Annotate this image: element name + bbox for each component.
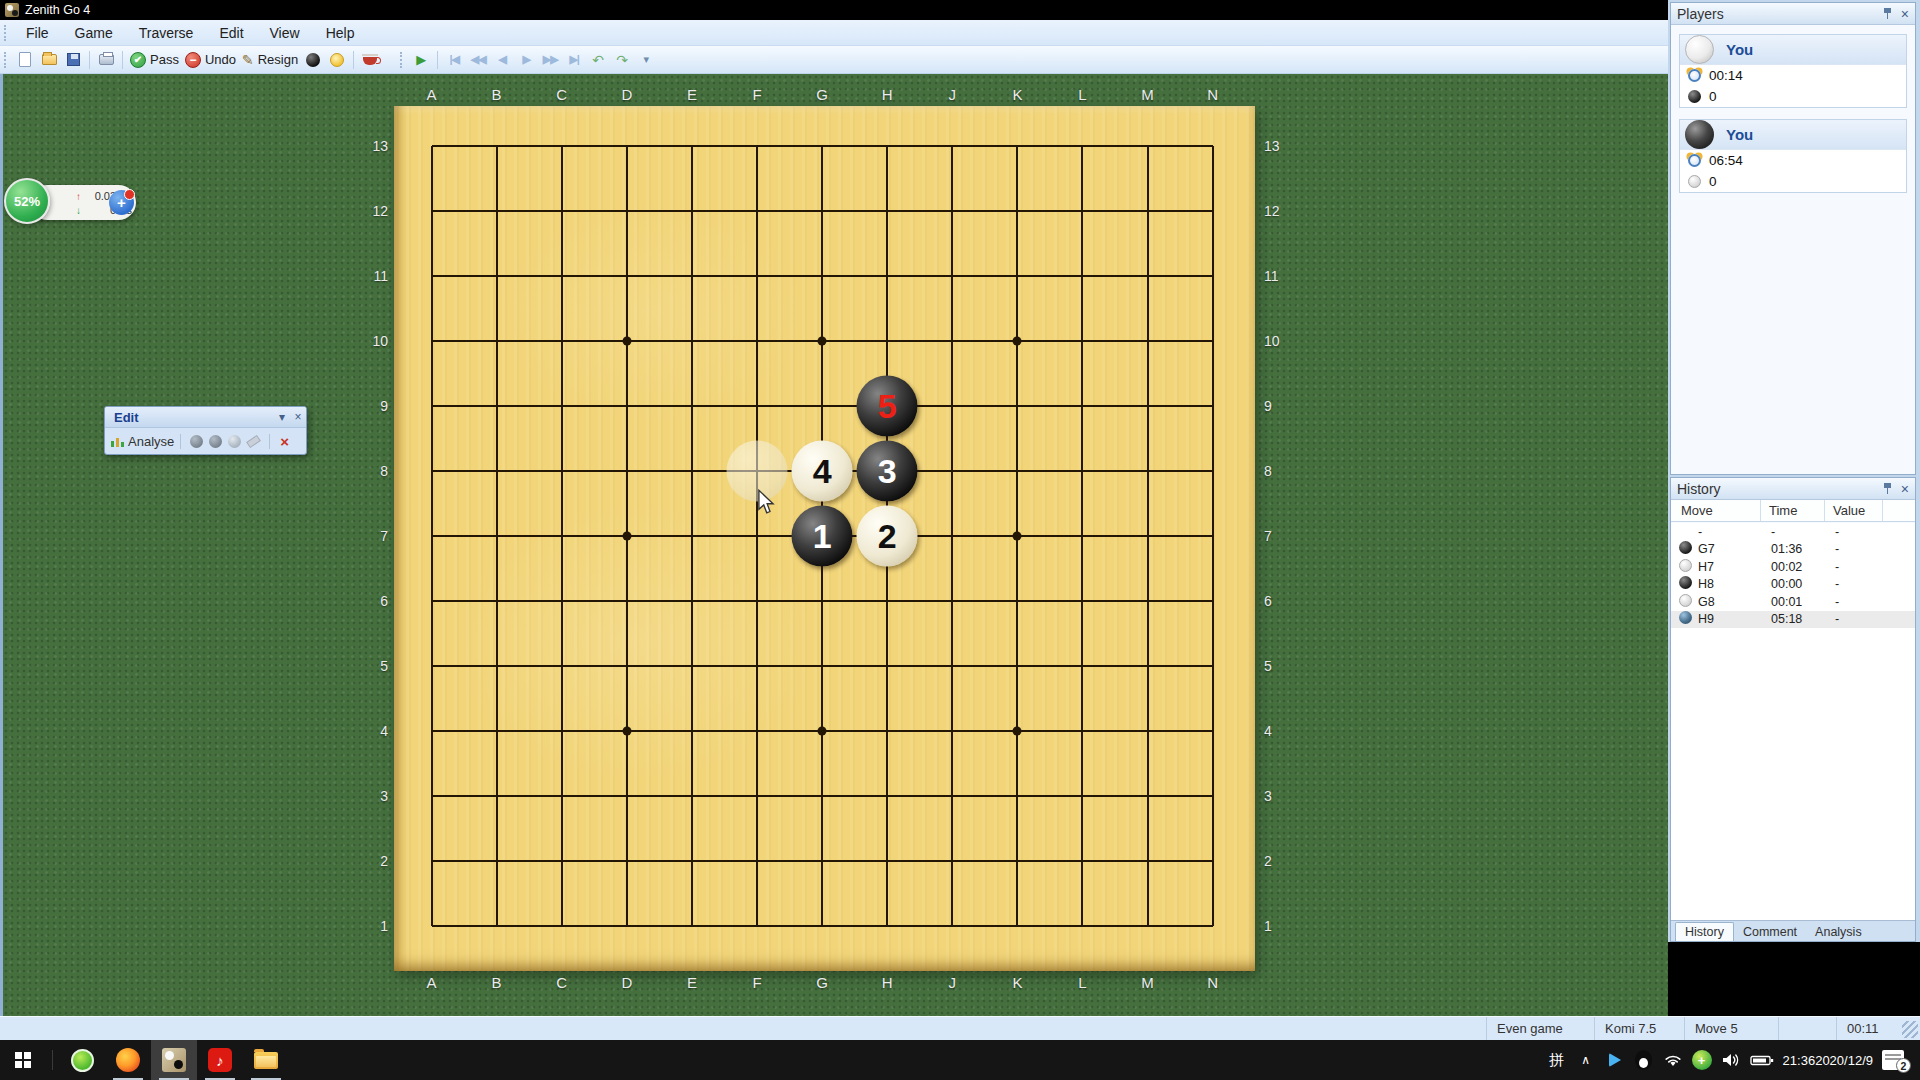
accelerate-button[interactable]: + bbox=[109, 190, 134, 215]
intersection-A8[interactable] bbox=[399, 438, 464, 503]
coord-label-12: 12 bbox=[1264, 202, 1300, 220]
intersection-N6[interactable] bbox=[1180, 568, 1245, 633]
intersection-J10[interactable] bbox=[920, 308, 985, 373]
new-file-button[interactable] bbox=[14, 49, 36, 71]
forward-fast-icon: ▶▶ bbox=[543, 53, 558, 66]
edit-stones-button[interactable] bbox=[302, 49, 324, 71]
intersection-C8[interactable] bbox=[529, 438, 594, 503]
save-icon bbox=[67, 53, 80, 66]
window-title: Zenith Go 4 bbox=[25, 3, 90, 17]
intersection-K5[interactable] bbox=[985, 633, 1050, 698]
intersection-N9[interactable] bbox=[1180, 373, 1245, 438]
intersection-A13[interactable] bbox=[399, 113, 464, 178]
intersection-N3[interactable] bbox=[1180, 763, 1245, 828]
intersection-K10[interactable] bbox=[985, 308, 1050, 373]
history-time: 00:02 bbox=[1761, 560, 1825, 574]
intersection-B3[interactable] bbox=[464, 763, 529, 828]
intersection-D6[interactable] bbox=[594, 568, 659, 633]
intersection-D7[interactable] bbox=[594, 503, 659, 568]
menu-item-traverse[interactable]: Traverse bbox=[126, 21, 207, 45]
intersection-E4[interactable] bbox=[659, 698, 724, 763]
intersection-N1[interactable] bbox=[1180, 893, 1245, 958]
intersection-C7[interactable] bbox=[529, 503, 594, 568]
pass-button[interactable]: ✔ Pass bbox=[128, 49, 181, 71]
start-button[interactable] bbox=[0, 1040, 46, 1080]
coord-label-C: C bbox=[542, 974, 582, 992]
delete-button[interactable]: × bbox=[280, 433, 289, 450]
menu-item-edit[interactable]: Edit bbox=[206, 21, 256, 45]
intersection-K2[interactable] bbox=[985, 828, 1050, 893]
coord-label-J: J bbox=[932, 974, 972, 992]
taskbar-app-zenith-go[interactable] bbox=[151, 1040, 197, 1080]
player-card-white: You 00:14 0 bbox=[1679, 34, 1907, 108]
player-time: 00:14 bbox=[1709, 68, 1743, 83]
player-card-header: You bbox=[1680, 35, 1906, 65]
intersection-B13[interactable] bbox=[464, 113, 529, 178]
go-start-button[interactable]: |◀ bbox=[443, 49, 465, 71]
intersection-D2[interactable] bbox=[594, 828, 659, 893]
intersection-G9[interactable] bbox=[790, 373, 855, 438]
black-stone-icon bbox=[306, 53, 320, 67]
intersection-N8[interactable] bbox=[1180, 438, 1245, 503]
white-stone-G8: 4 bbox=[792, 440, 853, 501]
tab-analysis[interactable]: Analysis bbox=[1806, 923, 1871, 941]
intersection-E9[interactable] bbox=[659, 373, 724, 438]
hint-button[interactable] bbox=[326, 49, 348, 71]
status-blank bbox=[1778, 1017, 1836, 1040]
intersection-G2[interactable] bbox=[790, 828, 855, 893]
star-point bbox=[1013, 336, 1022, 345]
intersection-J8[interactable] bbox=[920, 438, 985, 503]
pin-icon[interactable] bbox=[1883, 483, 1892, 494]
intersection-E12[interactable] bbox=[659, 178, 724, 243]
star-point bbox=[818, 336, 827, 345]
intersection-F3[interactable] bbox=[724, 763, 789, 828]
coord-label-3: 3 bbox=[1264, 787, 1300, 805]
intersection-H2[interactable] bbox=[855, 828, 920, 893]
history-row-H7[interactable]: H700:02- bbox=[1671, 558, 1915, 576]
go-end-button[interactable]: ▶| bbox=[563, 49, 585, 71]
play-icon: ▶ bbox=[416, 52, 426, 67]
intersection-A5[interactable] bbox=[399, 633, 464, 698]
intersection-M13[interactable] bbox=[1115, 113, 1180, 178]
intersection-A10[interactable] bbox=[399, 308, 464, 373]
intersection-B6[interactable] bbox=[464, 568, 529, 633]
intersection-C13[interactable] bbox=[529, 113, 594, 178]
intersection-K12[interactable] bbox=[985, 178, 1050, 243]
intersection-F6[interactable] bbox=[724, 568, 789, 633]
save-button[interactable] bbox=[62, 49, 84, 71]
intersection-D5[interactable] bbox=[594, 633, 659, 698]
print-button[interactable] bbox=[95, 49, 117, 71]
intersection-A2[interactable] bbox=[399, 828, 464, 893]
intersection-L10[interactable] bbox=[1050, 308, 1115, 373]
place-black-stone-button[interactable] bbox=[190, 435, 203, 448]
intersection-K11[interactable] bbox=[985, 243, 1050, 308]
intersection-J1[interactable] bbox=[920, 893, 985, 958]
intersection-G8[interactable]: 4 bbox=[790, 438, 855, 503]
intersection-A3[interactable] bbox=[399, 763, 464, 828]
intersection-G4[interactable] bbox=[790, 698, 855, 763]
clock-date-display[interactable]: 21:36 2020/12/9 bbox=[1783, 1040, 1873, 1080]
edit-window-chevron-button[interactable]: ▾ bbox=[274, 410, 290, 424]
intersection-B10[interactable] bbox=[464, 308, 529, 373]
intersection-D1[interactable] bbox=[594, 893, 659, 958]
intersection-F13[interactable] bbox=[724, 113, 789, 178]
taskbar-app-netease-music[interactable]: ♪ bbox=[197, 1040, 243, 1080]
intersection-N5[interactable] bbox=[1180, 633, 1245, 698]
app-icon bbox=[5, 3, 19, 17]
coord-label-J: J bbox=[932, 86, 972, 104]
intersection-G1[interactable] bbox=[790, 893, 855, 958]
intersection-D11[interactable] bbox=[594, 243, 659, 308]
intersection-H3[interactable] bbox=[855, 763, 920, 828]
coord-label-5: 5 bbox=[352, 657, 388, 675]
intersection-B5[interactable] bbox=[464, 633, 529, 698]
white-mini-stone-icon bbox=[1679, 594, 1692, 607]
menu-bar: FileGameTraverseEditViewHelp bbox=[0, 20, 1920, 46]
intersection-H8[interactable]: 3 bbox=[855, 438, 920, 503]
variation-next-icon: ↷ bbox=[616, 52, 628, 68]
history-time: - bbox=[1761, 525, 1825, 539]
edit-window-close-button[interactable]: × bbox=[290, 410, 306, 424]
intersection-B7[interactable] bbox=[464, 503, 529, 568]
intersection-A1[interactable] bbox=[399, 893, 464, 958]
taskbar-app-file-explorer[interactable] bbox=[243, 1040, 289, 1080]
coord-label-M: M bbox=[1128, 86, 1168, 104]
intersection-F1[interactable] bbox=[724, 893, 789, 958]
taskbar-app-firefox[interactable] bbox=[105, 1040, 151, 1080]
intersection-K1[interactable] bbox=[985, 893, 1050, 958]
intersection-L9[interactable] bbox=[1050, 373, 1115, 438]
menu-item-game[interactable]: Game bbox=[62, 21, 126, 45]
intersection-J4[interactable] bbox=[920, 698, 985, 763]
coffee-cup-icon bbox=[363, 57, 377, 65]
intersection-N7[interactable] bbox=[1180, 503, 1245, 568]
intersection-E11[interactable] bbox=[659, 243, 724, 308]
back-button[interactable]: ◀ bbox=[491, 49, 513, 71]
intersection-E5[interactable] bbox=[659, 633, 724, 698]
intersection-L13[interactable] bbox=[1050, 113, 1115, 178]
intersection-N13[interactable] bbox=[1180, 113, 1245, 178]
intersection-D3[interactable] bbox=[594, 763, 659, 828]
status-game-type: Even game bbox=[1486, 1017, 1594, 1040]
intersection-K7[interactable] bbox=[985, 503, 1050, 568]
wifi-icon bbox=[1663, 1052, 1683, 1068]
intersection-H11[interactable] bbox=[855, 243, 920, 308]
intersection-N11[interactable] bbox=[1180, 243, 1245, 308]
intersection-C12[interactable] bbox=[529, 178, 594, 243]
tray-360-safe-icon[interactable]: + bbox=[1692, 1040, 1712, 1080]
intersection-J5[interactable] bbox=[920, 633, 985, 698]
intersection-B11[interactable] bbox=[464, 243, 529, 308]
intersection-E10[interactable] bbox=[659, 308, 724, 373]
menu-item-file[interactable]: File bbox=[13, 21, 62, 45]
intersection-G10[interactable] bbox=[790, 308, 855, 373]
status-komi: Komi 7.5 bbox=[1594, 1017, 1684, 1040]
intersection-G11[interactable] bbox=[790, 243, 855, 308]
intersection-C11[interactable] bbox=[529, 243, 594, 308]
intersection-K4[interactable] bbox=[985, 698, 1050, 763]
edit-window-titlebar[interactable]: Edit ▾ × bbox=[105, 407, 306, 428]
intersection-H4[interactable] bbox=[855, 698, 920, 763]
intersection-H6[interactable] bbox=[855, 568, 920, 633]
menu-bar-items: FileGameTraverseEditViewHelp bbox=[13, 21, 367, 45]
speaker-icon bbox=[1721, 1052, 1741, 1068]
open-file-button[interactable] bbox=[38, 49, 60, 71]
delete-icon: × bbox=[280, 433, 289, 450]
coord-label-6: 6 bbox=[352, 592, 388, 610]
intersection-M10[interactable] bbox=[1115, 308, 1180, 373]
intersection-M5[interactable] bbox=[1115, 633, 1180, 698]
intersection-M7[interactable] bbox=[1115, 503, 1180, 568]
intersection-C9[interactable] bbox=[529, 373, 594, 438]
history-panel-title: History bbox=[1677, 481, 1883, 497]
break-button[interactable] bbox=[359, 49, 381, 71]
intersection-J11[interactable] bbox=[920, 243, 985, 308]
intersection-H5[interactable] bbox=[855, 633, 920, 698]
history-close-button[interactable]: × bbox=[1901, 482, 1909, 496]
intersection-N4[interactable] bbox=[1180, 698, 1245, 763]
ime-indicator[interactable]: 拼 bbox=[1547, 1040, 1567, 1080]
close-icon: × bbox=[1901, 6, 1909, 22]
intersection-H7[interactable]: 2 bbox=[855, 503, 920, 568]
go-board: 54312 bbox=[394, 106, 1255, 971]
notification-center-button[interactable]: 2 bbox=[1882, 1040, 1904, 1080]
intersection-D13[interactable] bbox=[594, 113, 659, 178]
firefox-icon bbox=[116, 1048, 140, 1072]
tray-qq-icon[interactable] bbox=[1634, 1040, 1654, 1080]
intersection-H13[interactable] bbox=[855, 113, 920, 178]
intersection-D9[interactable] bbox=[594, 373, 659, 438]
intersection-G5[interactable] bbox=[790, 633, 855, 698]
intersection-B2[interactable] bbox=[464, 828, 529, 893]
eraser-button[interactable] bbox=[246, 434, 261, 447]
intersection-F9[interactable] bbox=[724, 373, 789, 438]
intersection-J7[interactable] bbox=[920, 503, 985, 568]
player-captures-row: 0 bbox=[1680, 171, 1906, 192]
white-stone-icon bbox=[1685, 35, 1714, 64]
player-captures-row: 0 bbox=[1680, 86, 1906, 107]
place-stone-button[interactable] bbox=[209, 435, 222, 448]
intersection-L2[interactable] bbox=[1050, 828, 1115, 893]
intersection-B1[interactable] bbox=[464, 893, 529, 958]
forward-fast-button[interactable]: ▶▶ bbox=[539, 49, 561, 71]
intersection-M11[interactable] bbox=[1115, 243, 1180, 308]
place-white-stone-button[interactable] bbox=[228, 435, 241, 448]
intersection-K8[interactable] bbox=[985, 438, 1050, 503]
intersection-L12[interactable] bbox=[1050, 178, 1115, 243]
intersection-F4[interactable] bbox=[724, 698, 789, 763]
tray-volume-icon[interactable] bbox=[1721, 1040, 1741, 1080]
intersection-A9[interactable] bbox=[399, 373, 464, 438]
edit-window-title: Edit bbox=[105, 410, 274, 425]
intersection-H9[interactable]: 5 bbox=[855, 373, 920, 438]
history-row-H8[interactable]: H800:00- bbox=[1671, 576, 1915, 594]
black-stone-G7: 1 bbox=[792, 505, 853, 566]
intersection-L5[interactable] bbox=[1050, 633, 1115, 698]
toolbar-options-button[interactable]: ▾ bbox=[635, 49, 657, 71]
intersection-M6[interactable] bbox=[1115, 568, 1180, 633]
intersection-L3[interactable] bbox=[1050, 763, 1115, 828]
intersection-N2[interactable] bbox=[1180, 828, 1245, 893]
intersection-J2[interactable] bbox=[920, 828, 985, 893]
intersection-B8[interactable] bbox=[464, 438, 529, 503]
intersection-E3[interactable] bbox=[659, 763, 724, 828]
intersection-H10[interactable] bbox=[855, 308, 920, 373]
net-speed-widget[interactable]: ↑ 0.03K/s ↓ 0K/s + 52% bbox=[4, 178, 136, 228]
intersection-L4[interactable] bbox=[1050, 698, 1115, 763]
player-clock-row: 00:14 bbox=[1680, 65, 1906, 86]
history-row-G7[interactable]: G701:36- bbox=[1671, 541, 1915, 559]
intersection-C2[interactable] bbox=[529, 828, 594, 893]
intersection-N12[interactable] bbox=[1180, 178, 1245, 243]
intersection-D10[interactable] bbox=[594, 308, 659, 373]
intersection-N10[interactable] bbox=[1180, 308, 1245, 373]
go-board-grid: 54312 bbox=[399, 113, 1245, 958]
intersection-G7[interactable]: 1 bbox=[790, 503, 855, 568]
status-timer: 00:11 bbox=[1836, 1017, 1902, 1040]
intersection-F10[interactable] bbox=[724, 308, 789, 373]
intersection-F2[interactable] bbox=[724, 828, 789, 893]
intersection-E8[interactable] bbox=[659, 438, 724, 503]
intersection-B9[interactable] bbox=[464, 373, 529, 438]
intersection-K3[interactable] bbox=[985, 763, 1050, 828]
variation-prev-button[interactable]: ↶ bbox=[587, 49, 609, 71]
intersection-C6[interactable] bbox=[529, 568, 594, 633]
intersection-M3[interactable] bbox=[1115, 763, 1180, 828]
intersection-J13[interactable] bbox=[920, 113, 985, 178]
percent-value: 52% bbox=[14, 194, 40, 209]
history-row-G8[interactable]: G800:01- bbox=[1671, 593, 1915, 611]
play-button[interactable]: ▶ bbox=[410, 49, 432, 71]
history-move: H8 bbox=[1698, 577, 1714, 591]
intersection-L8[interactable] bbox=[1050, 438, 1115, 503]
intersection-A11[interactable] bbox=[399, 243, 464, 308]
intersection-D4[interactable] bbox=[594, 698, 659, 763]
intersection-M1[interactable] bbox=[1115, 893, 1180, 958]
players-close-button[interactable]: × bbox=[1901, 7, 1909, 21]
intersection-J9[interactable] bbox=[920, 373, 985, 438]
intersection-A4[interactable] bbox=[399, 698, 464, 763]
variation-next-button[interactable]: ↷ bbox=[611, 49, 633, 71]
intersection-E7[interactable] bbox=[659, 503, 724, 568]
intersection-M4[interactable] bbox=[1115, 698, 1180, 763]
intersection-M8[interactable] bbox=[1115, 438, 1180, 503]
intersection-E13[interactable] bbox=[659, 113, 724, 178]
intersection-E2[interactable] bbox=[659, 828, 724, 893]
tray-wifi-icon[interactable] bbox=[1663, 1040, 1683, 1080]
edit-toolbar: Analyse × bbox=[105, 428, 306, 454]
coord-label-H: H bbox=[867, 974, 907, 992]
intersection-F12[interactable] bbox=[724, 178, 789, 243]
intersection-B4[interactable] bbox=[464, 698, 529, 763]
intersection-J3[interactable] bbox=[920, 763, 985, 828]
pin-icon[interactable] bbox=[1883, 8, 1892, 19]
menu-item-help[interactable]: Help bbox=[313, 21, 368, 45]
intersection-C1[interactable] bbox=[529, 893, 594, 958]
intersection-G12[interactable] bbox=[790, 178, 855, 243]
intersection-L1[interactable] bbox=[1050, 893, 1115, 958]
intersection-F11[interactable] bbox=[724, 243, 789, 308]
intersection-L11[interactable] bbox=[1050, 243, 1115, 308]
memory-percent-ball[interactable]: 52% bbox=[4, 178, 50, 224]
intersection-K9[interactable] bbox=[985, 373, 1050, 438]
intersection-J6[interactable] bbox=[920, 568, 985, 633]
intersection-E1[interactable] bbox=[659, 893, 724, 958]
intersection-H1[interactable] bbox=[855, 893, 920, 958]
intersection-D8[interactable] bbox=[594, 438, 659, 503]
intersection-F5[interactable] bbox=[724, 633, 789, 698]
players-panel-title: Players bbox=[1677, 6, 1883, 22]
intersection-A7[interactable] bbox=[399, 503, 464, 568]
tray-expand-button[interactable]: ∧ bbox=[1576, 1040, 1596, 1080]
plus-icon: + bbox=[117, 194, 126, 211]
intersection-M12[interactable] bbox=[1115, 178, 1180, 243]
history-row-H9[interactable]: H905:18- bbox=[1671, 611, 1915, 629]
coord-label-F: F bbox=[737, 86, 777, 104]
intersection-B12[interactable] bbox=[464, 178, 529, 243]
resign-label: Resign bbox=[258, 52, 298, 67]
intersection-K6[interactable] bbox=[985, 568, 1050, 633]
intersection-G6[interactable] bbox=[790, 568, 855, 633]
intersection-M2[interactable] bbox=[1115, 828, 1180, 893]
intersection-A6[interactable] bbox=[399, 568, 464, 633]
tab-history[interactable]: History bbox=[1675, 922, 1734, 941]
coord-label-G: G bbox=[802, 86, 842, 104]
intersection-L7[interactable] bbox=[1050, 503, 1115, 568]
resign-button[interactable]: ✎ Resign bbox=[240, 49, 300, 71]
intersection-H12[interactable] bbox=[855, 178, 920, 243]
history-row-start[interactable]: --- bbox=[1671, 523, 1915, 541]
coord-label-2: 2 bbox=[1264, 852, 1300, 870]
intersection-J12[interactable] bbox=[920, 178, 985, 243]
coord-label-8: 8 bbox=[352, 462, 388, 480]
tray-player-icon[interactable] bbox=[1605, 1040, 1625, 1080]
intersection-D12[interactable] bbox=[594, 178, 659, 243]
back-fast-button[interactable]: ◀◀ bbox=[467, 49, 489, 71]
star-point bbox=[1013, 531, 1022, 540]
intersection-L6[interactable] bbox=[1050, 568, 1115, 633]
intersection-A12[interactable] bbox=[399, 178, 464, 243]
column-header-time: Time bbox=[1761, 500, 1825, 521]
forward-button[interactable]: ▶ bbox=[515, 49, 537, 71]
intersection-C4[interactable] bbox=[529, 698, 594, 763]
intersection-G13[interactable] bbox=[790, 113, 855, 178]
intersection-M9[interactable] bbox=[1115, 373, 1180, 438]
coord-label-G: G bbox=[802, 974, 842, 992]
coord-label-N: N bbox=[1193, 974, 1233, 992]
menu-item-view[interactable]: View bbox=[257, 21, 313, 45]
status-move-number: Move 5 bbox=[1684, 1017, 1778, 1040]
star-point bbox=[622, 531, 631, 540]
intersection-E6[interactable] bbox=[659, 568, 724, 633]
intersection-C10[interactable] bbox=[529, 308, 594, 373]
history-value: - bbox=[1825, 612, 1883, 626]
analyse-button[interactable]: Analyse bbox=[128, 434, 174, 449]
undo-button[interactable]: − Undo bbox=[183, 49, 238, 71]
intersection-C5[interactable] bbox=[529, 633, 594, 698]
intersection-C3[interactable] bbox=[529, 763, 594, 828]
new-file-icon bbox=[19, 52, 31, 67]
tray-battery-icon[interactable] bbox=[1750, 1040, 1774, 1080]
tab-comment[interactable]: Comment bbox=[1734, 923, 1806, 941]
coord-label-N: N bbox=[1193, 86, 1233, 104]
history-value: - bbox=[1825, 595, 1883, 609]
intersection-G3[interactable] bbox=[790, 763, 855, 828]
intersection-K13[interactable] bbox=[985, 113, 1050, 178]
taskbar-app-360browser[interactable] bbox=[59, 1040, 105, 1080]
